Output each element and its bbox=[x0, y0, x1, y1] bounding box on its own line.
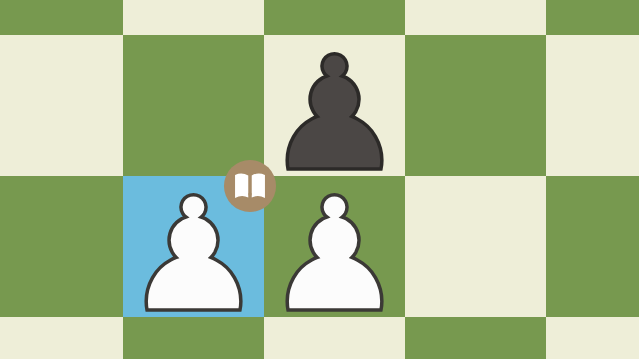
square-r1-c2[interactable]: ♟ bbox=[264, 35, 405, 176]
square-r0-c4[interactable] bbox=[546, 0, 639, 35]
square-r3-c2[interactable] bbox=[264, 317, 405, 359]
white-pawn[interactable]: ♟ bbox=[264, 176, 406, 334]
book-badge-circle bbox=[224, 160, 276, 212]
square-r3-c1[interactable] bbox=[123, 317, 264, 359]
square-r1-c3[interactable] bbox=[405, 35, 546, 176]
square-r2-c4[interactable] bbox=[546, 176, 639, 317]
square-r2-c2[interactable]: ♟ bbox=[264, 176, 405, 317]
square-r3-c4[interactable] bbox=[546, 317, 639, 359]
square-r2-c0[interactable] bbox=[0, 176, 123, 317]
square-r1-c0[interactable] bbox=[0, 35, 123, 176]
square-r0-c0[interactable] bbox=[0, 0, 123, 35]
square-r1-c1[interactable] bbox=[123, 35, 264, 176]
square-r0-c3[interactable] bbox=[405, 0, 546, 35]
square-r3-c3[interactable] bbox=[405, 317, 546, 359]
square-r3-c0[interactable] bbox=[0, 317, 123, 359]
square-r0-c1[interactable] bbox=[123, 0, 264, 35]
chess-board: ♟♟♟ bbox=[0, 0, 639, 359]
book-right-page bbox=[252, 174, 265, 198]
book-left-page bbox=[235, 174, 248, 198]
square-r2-c3[interactable] bbox=[405, 176, 546, 317]
book-move-badge bbox=[223, 159, 277, 213]
square-r1-c4[interactable] bbox=[546, 35, 639, 176]
chess-board-viewport: ♟♟♟ bbox=[0, 0, 639, 359]
